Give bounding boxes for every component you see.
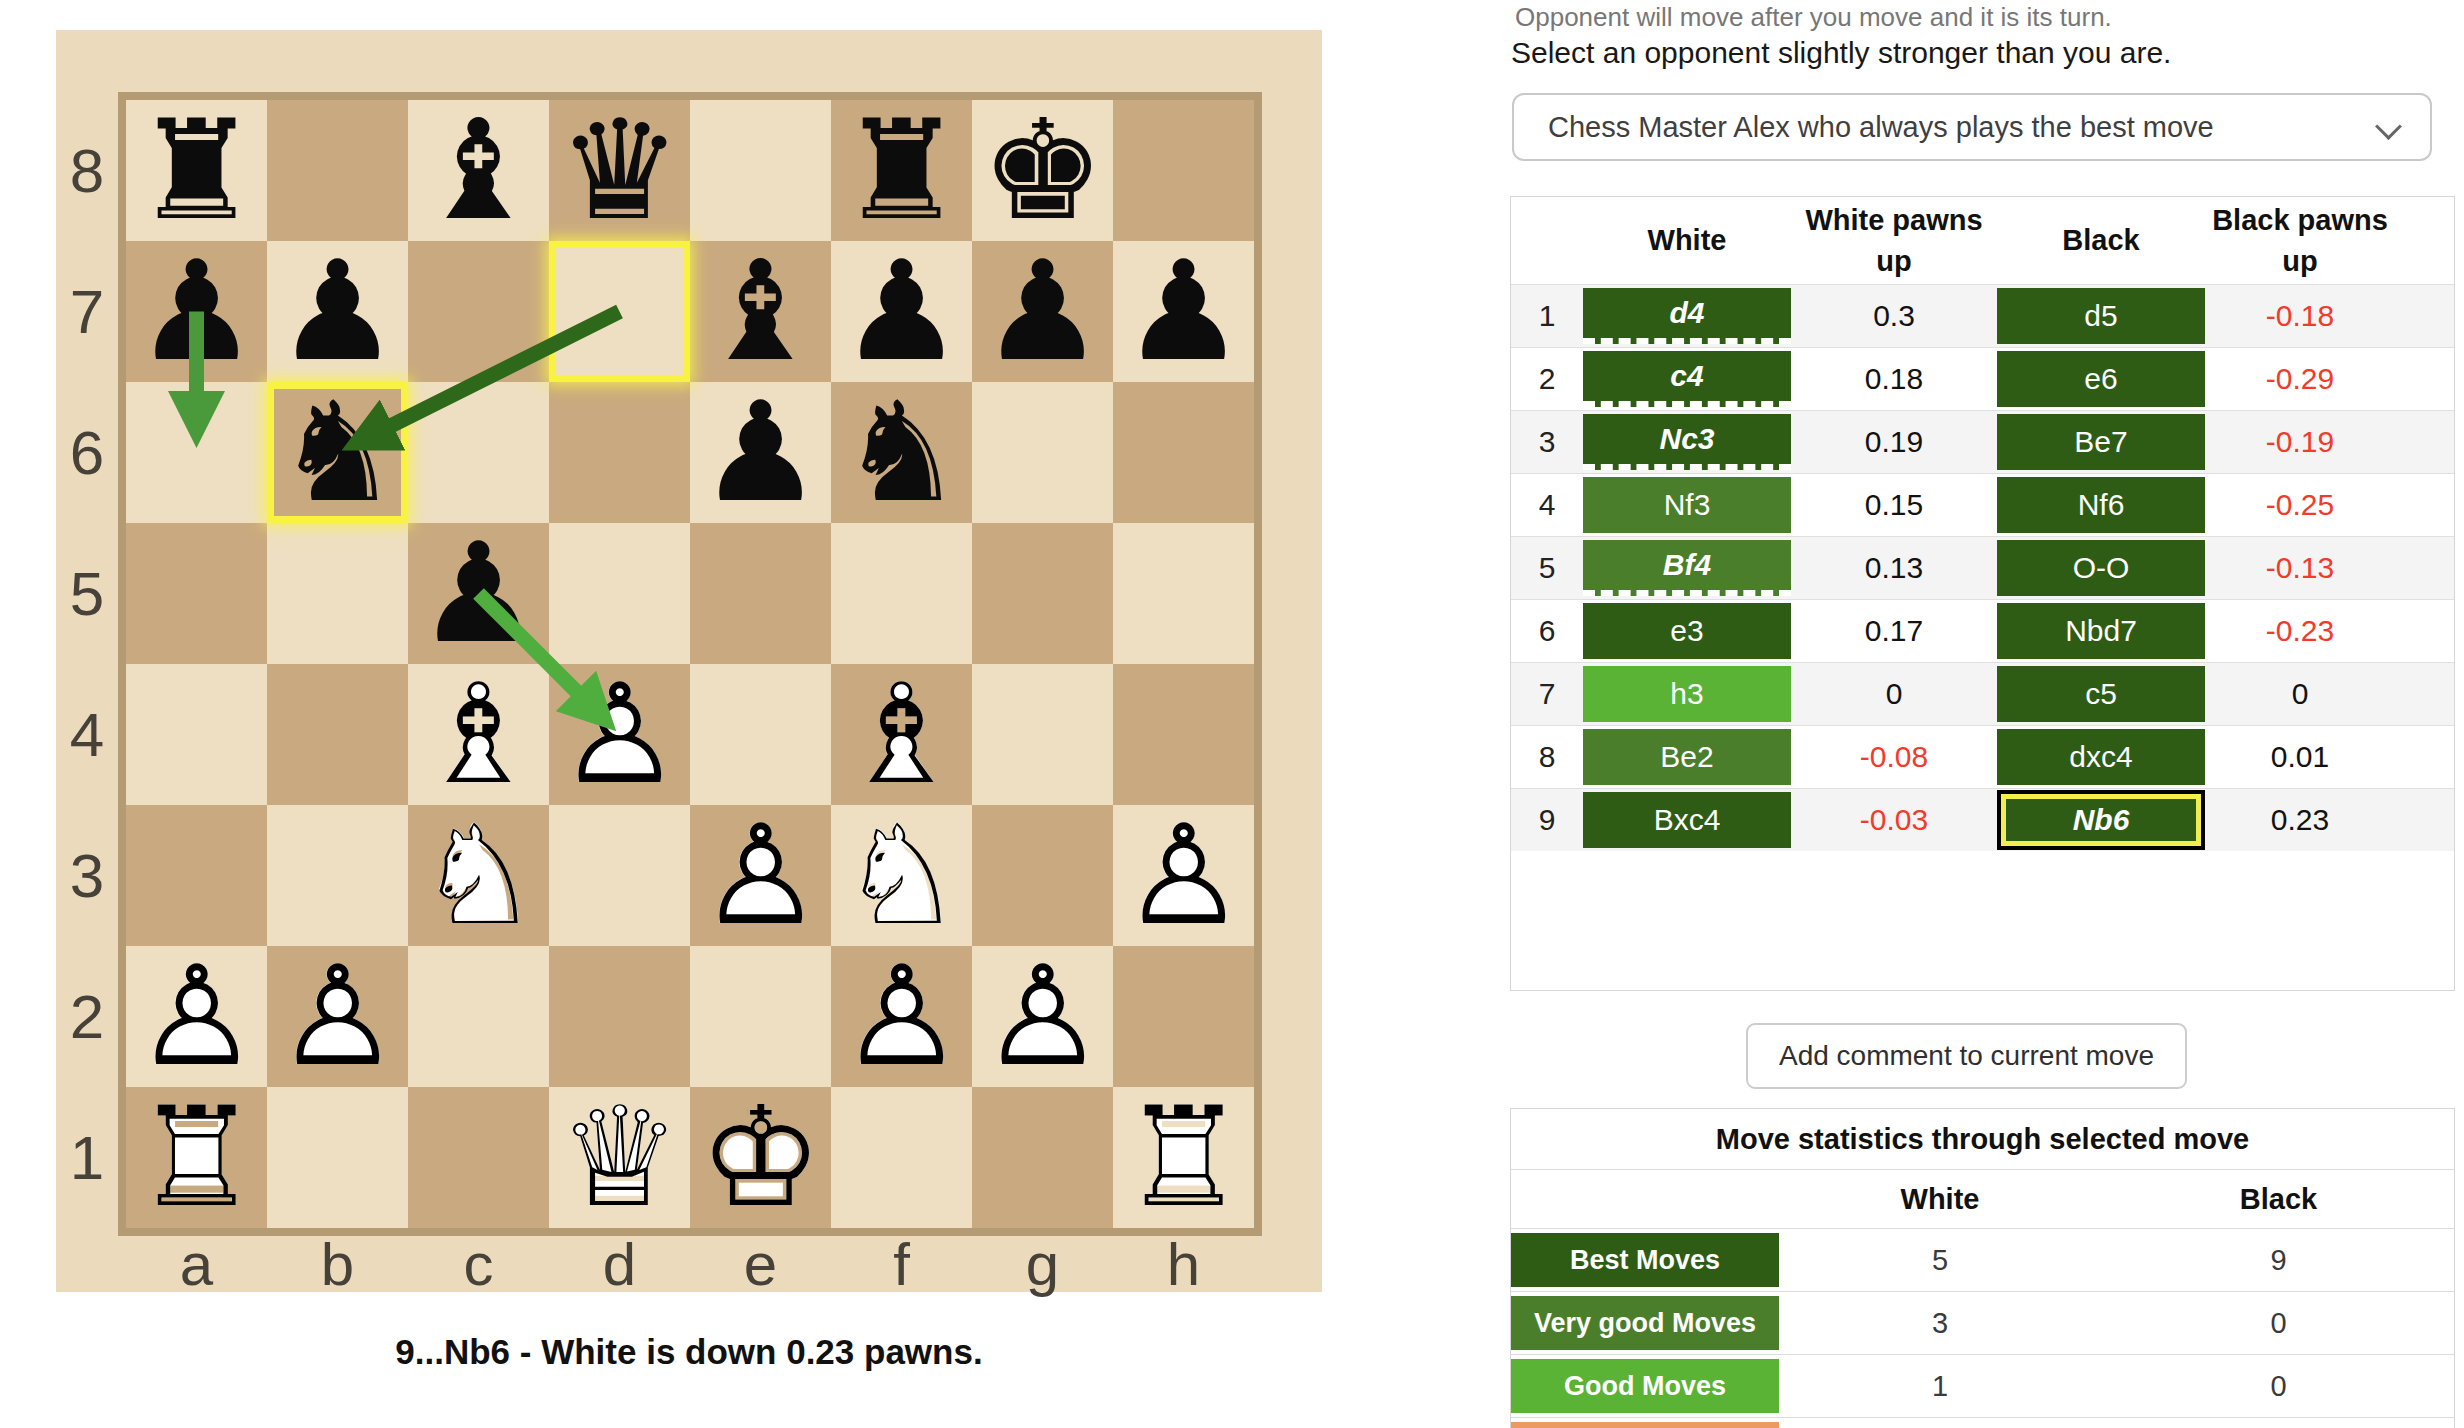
white-eval: 0.15: [1791, 488, 1997, 522]
opponent-select[interactable]: Chess Master Alex who always plays the b…: [1512, 93, 2432, 161]
stats-label: Good Moves: [1511, 1359, 1779, 1413]
square-e8[interactable]: [690, 100, 831, 241]
white-eval: 0: [1791, 677, 1997, 711]
piece-black-queen-d8: ♛: [549, 100, 690, 241]
moves-table-row-3: 3Nc30.19Be7-0.19: [1511, 410, 2454, 473]
piece-white-pawn-a2-fill: ♟: [126, 946, 267, 1087]
square-a5[interactable]: [126, 523, 267, 664]
moves-table-row-4: 4Nf30.15Nf6-0.25: [1511, 473, 2454, 536]
moves-table-row-7: 7h30c50: [1511, 662, 2454, 725]
stats-black-value: 0: [2101, 1370, 2456, 1403]
piece-black-bishop-e7: ♝: [690, 241, 831, 382]
piece-black-king-g8: ♚: [972, 100, 1113, 241]
black-eval: -0.13: [2205, 551, 2395, 585]
move-d4[interactable]: d4: [1583, 288, 1791, 344]
stats-row-very-good-moves: Very good Moves30: [1511, 1291, 2454, 1354]
chess-board: ♜♝♛♜♚♟♟♝♟♟♟♞♟♞♟♝♗♟♙♝♗♞♘♟♙♞♘♟♙♟♙♟♙♟♙♟♙♜♖♛…: [118, 92, 1262, 1236]
stats-col-black: Black: [2101, 1183, 2456, 1216]
stats-row-best-moves: Best Moves59: [1511, 1228, 2454, 1291]
square-d2[interactable]: [549, 946, 690, 1087]
piece-white-rook-a1: ♖: [126, 1087, 267, 1228]
square-c2[interactable]: [408, 946, 549, 1087]
move-e3[interactable]: e3: [1583, 603, 1791, 659]
black-eval: -0.25: [2205, 488, 2395, 522]
square-a3[interactable]: [126, 805, 267, 946]
move-number: 7: [1511, 677, 1583, 711]
move-Bxc4[interactable]: Bxc4: [1583, 792, 1791, 848]
col-header-black: Black: [1997, 220, 2205, 261]
square-g3[interactable]: [972, 805, 1113, 946]
rank-label-2: 2: [56, 946, 118, 1087]
move-Be2[interactable]: Be2: [1583, 729, 1791, 785]
stats-black-value: 0: [2101, 1307, 2456, 1340]
square-d3[interactable]: [549, 805, 690, 946]
moves-table-row-5: 5Bf40.13O-O-0.13: [1511, 536, 2454, 599]
white-eval: 0.3: [1791, 299, 1997, 333]
moves-table-row-8: 8Be2-0.08dxc40.01: [1511, 725, 2454, 788]
file-label-b: b: [267, 1236, 408, 1292]
piece-black-pawn-h7: ♟: [1113, 241, 1254, 382]
piece-black-pawn-e6: ♟: [690, 382, 831, 523]
black-eval: -0.19: [2205, 425, 2395, 459]
move-h3[interactable]: h3: [1583, 666, 1791, 722]
black-eval: -0.18: [2205, 299, 2395, 333]
piece-white-pawn-h3: ♙: [1113, 805, 1254, 946]
white-eval: -0.03: [1791, 803, 1997, 837]
move-statistics-table: Move statistics through selected move Wh…: [1510, 1108, 2455, 1428]
move-number: 5: [1511, 551, 1583, 585]
file-label-f: f: [831, 1236, 972, 1292]
move-number: 1: [1511, 299, 1583, 333]
move-O-O[interactable]: O-O: [1997, 540, 2205, 596]
black-eval: 0: [2205, 677, 2395, 711]
move-number: 3: [1511, 425, 1583, 459]
square-b7[interactable]: ♟: [267, 241, 408, 382]
file-label-d: d: [549, 1236, 690, 1292]
square-f5[interactable]: [831, 523, 972, 664]
piece-white-bishop-c4-fill: ♝: [408, 664, 549, 805]
square-c1[interactable]: [408, 1087, 549, 1228]
move-number: 6: [1511, 614, 1583, 648]
square-e7[interactable]: ♝: [690, 241, 831, 382]
white-eval: 0.18: [1791, 362, 1997, 396]
square-a8[interactable]: ♜: [126, 100, 267, 241]
piece-white-knight-c3: ♘: [408, 805, 549, 946]
piece-white-rook-h1-fill: ♜: [1113, 1087, 1254, 1228]
square-e5[interactable]: [690, 523, 831, 664]
opponent-instruction-text: Select an opponent slightly stronger tha…: [1511, 36, 2171, 70]
piece-white-pawn-g2: ♙: [972, 946, 1113, 1087]
stats-header: White Black: [1511, 1169, 2454, 1228]
square-b5[interactable]: [267, 523, 408, 664]
stats-row-inaccuracy: [1511, 1417, 2454, 1428]
square-h2[interactable]: [1113, 946, 1254, 1087]
piece-black-pawn-b7: ♟: [267, 241, 408, 382]
stats-black-value: 9: [2101, 1244, 2456, 1277]
square-e2[interactable]: [690, 946, 831, 1087]
moves-table-header: White White pawns up Black Black pawns u…: [1511, 197, 2454, 284]
piece-white-bishop-f4: ♗: [831, 664, 972, 805]
square-h6[interactable]: [1113, 382, 1254, 523]
stats-title: Move statistics through selected move: [1511, 1109, 2454, 1169]
moves-table-row-6: 6e30.17Nbd7-0.23: [1511, 599, 2454, 662]
piece-white-pawn-e3: ♙: [690, 805, 831, 946]
file-labels: abcdefgh: [126, 1236, 1254, 1292]
piece-black-pawn-a7: ♟: [126, 241, 267, 382]
rank-label-1: 1: [56, 1087, 118, 1228]
piece-black-pawn-g7: ♟: [972, 241, 1113, 382]
chevron-down-icon: [2375, 113, 2402, 140]
square-c3[interactable]: ♞♘: [408, 805, 549, 946]
square-d4[interactable]: ♟♙: [549, 664, 690, 805]
square-c5[interactable]: ♟: [408, 523, 549, 664]
move-e6[interactable]: e6: [1997, 351, 2205, 407]
piece-white-pawn-e3-fill: ♟: [690, 805, 831, 946]
white-eval: 0.17: [1791, 614, 1997, 648]
file-label-a: a: [126, 1236, 267, 1292]
square-g1[interactable]: [972, 1087, 1113, 1228]
black-eval: 0.23: [2205, 803, 2395, 837]
white-eval: -0.08: [1791, 740, 1997, 774]
square-g5[interactable]: [972, 523, 1113, 664]
piece-white-rook-h1: ♖: [1113, 1087, 1254, 1228]
square-b1[interactable]: [267, 1087, 408, 1228]
square-e4[interactable]: [690, 664, 831, 805]
moves-table-row-1: 1d40.3d5-0.18: [1511, 284, 2454, 347]
stats-row-good-moves: Good Moves10: [1511, 1354, 2454, 1417]
piece-white-pawn-f2-fill: ♟: [831, 946, 972, 1087]
square-c6[interactable]: [408, 382, 549, 523]
piece-white-knight-c3-fill: ♞: [408, 805, 549, 946]
opponent-select-value: Chess Master Alex who always plays the b…: [1548, 111, 2214, 144]
move-Nb6-selected[interactable]: Nb6: [1997, 790, 2205, 850]
piece-white-bishop-c4: ♗: [408, 664, 549, 805]
square-h7[interactable]: ♟: [1113, 241, 1254, 382]
piece-white-pawn-g2-fill: ♟: [972, 946, 1113, 1087]
black-eval: -0.29: [2205, 362, 2395, 396]
white-eval: 0.19: [1791, 425, 1997, 459]
piece-black-bishop-c8: ♝: [408, 100, 549, 241]
square-f3[interactable]: ♞♘: [831, 805, 972, 946]
square-f8[interactable]: ♜: [831, 100, 972, 241]
move-Nf6[interactable]: Nf6: [1997, 477, 2205, 533]
piece-white-knight-f3: ♘: [831, 805, 972, 946]
square-b2[interactable]: ♟♙: [267, 946, 408, 1087]
square-f6[interactable]: ♞: [831, 382, 972, 523]
rank-label-7: 7: [56, 241, 118, 382]
square-c8[interactable]: ♝: [408, 100, 549, 241]
file-label-h: h: [1113, 1236, 1254, 1292]
rank-labels: 87654321: [56, 100, 118, 1228]
square-b4[interactable]: [267, 664, 408, 805]
square-d6[interactable]: [549, 382, 690, 523]
piece-white-bishop-f4-fill: ♝: [831, 664, 972, 805]
square-e3[interactable]: ♟♙: [690, 805, 831, 946]
square-h8[interactable]: [1113, 100, 1254, 241]
black-eval: 0.01: [2205, 740, 2395, 774]
stats-label: Very good Moves: [1511, 1296, 1779, 1350]
square-f4[interactable]: ♝♗: [831, 664, 972, 805]
square-b3[interactable]: [267, 805, 408, 946]
stats-col-white: White: [1779, 1183, 2101, 1216]
move-Be7[interactable]: Be7: [1997, 414, 2205, 470]
piece-black-pawn-c5: ♟: [408, 523, 549, 664]
move-c5[interactable]: c5: [1997, 666, 2205, 722]
moves-table-row-9: 9Bxc4-0.03Nb60.23: [1511, 788, 2454, 851]
stats-white-value: 3: [1779, 1307, 2101, 1340]
square-a6[interactable]: [126, 382, 267, 523]
piece-white-king-e1-fill: ♚: [690, 1087, 831, 1228]
moves-table: White White pawns up Black Black pawns u…: [1510, 196, 2455, 991]
move-Bf4[interactable]: Bf4: [1583, 540, 1791, 596]
file-label-c: c: [408, 1236, 549, 1292]
square-h1[interactable]: ♜♖: [1113, 1087, 1254, 1228]
move-number: 8: [1511, 740, 1583, 774]
add-comment-button[interactable]: Add comment to current move: [1746, 1023, 2187, 1089]
square-h3[interactable]: ♟♙: [1113, 805, 1254, 946]
stats-white-value: 5: [1779, 1244, 2101, 1277]
rank-label-3: 3: [56, 805, 118, 946]
piece-white-queen-d1-fill: ♛: [549, 1087, 690, 1228]
piece-white-pawn-d4: ♙: [549, 664, 690, 805]
square-a4[interactable]: [126, 664, 267, 805]
square-c7[interactable]: [408, 241, 549, 382]
square-g7[interactable]: ♟: [972, 241, 1113, 382]
black-eval: -0.23: [2205, 614, 2395, 648]
piece-white-pawn-f2: ♙: [831, 946, 972, 1087]
move-number: 4: [1511, 488, 1583, 522]
stats-label: Best Moves: [1511, 1233, 1779, 1287]
opponent-status-text: Opponent will move after you move and it…: [1515, 2, 2112, 33]
move-Nbd7[interactable]: Nbd7: [1997, 603, 2205, 659]
square-b6[interactable]: ♞: [267, 382, 408, 523]
rank-label-6: 6: [56, 382, 118, 523]
piece-black-pawn-f7: ♟: [831, 241, 972, 382]
square-f7[interactable]: ♟: [831, 241, 972, 382]
piece-white-pawn-h3-fill: ♟: [1113, 805, 1254, 946]
square-a2[interactable]: ♟♙: [126, 946, 267, 1087]
piece-black-knight-b6: ♞: [267, 382, 408, 523]
move-number: 2: [1511, 362, 1583, 396]
square-d8[interactable]: ♛: [549, 100, 690, 241]
move-Nc3[interactable]: Nc3: [1583, 414, 1791, 470]
piece-white-pawn-d4-fill: ♟: [549, 664, 690, 805]
rank-label-8: 8: [56, 100, 118, 241]
piece-white-knight-f3-fill: ♞: [831, 805, 972, 946]
move-c4[interactable]: c4: [1583, 351, 1791, 407]
square-a1[interactable]: ♜♖: [126, 1087, 267, 1228]
square-b8[interactable]: [267, 100, 408, 241]
stats-label: [1511, 1422, 1779, 1428]
piece-black-rook-f8: ♜: [831, 100, 972, 241]
square-a7[interactable]: ♟: [126, 241, 267, 382]
file-label-g: g: [972, 1236, 1113, 1292]
square-g8[interactable]: ♚: [972, 100, 1113, 241]
square-e1[interactable]: ♚♔: [690, 1087, 831, 1228]
piece-white-rook-a1-fill: ♜: [126, 1087, 267, 1228]
square-d1[interactable]: ♛♕: [549, 1087, 690, 1228]
square-d5[interactable]: [549, 523, 690, 664]
move-eval-caption: 9...Nb6 - White is down 0.23 pawns.: [56, 1332, 1322, 1372]
col-header-white: White: [1583, 220, 1791, 261]
square-g2[interactable]: ♟♙: [972, 946, 1113, 1087]
piece-white-queen-d1: ♕: [549, 1087, 690, 1228]
square-g4[interactable]: [972, 664, 1113, 805]
rank-label-5: 5: [56, 523, 118, 664]
col-header-black-pawns-up: Black pawns up: [2205, 200, 2395, 281]
square-f1[interactable]: [831, 1087, 972, 1228]
square-d7[interactable]: [549, 241, 690, 382]
square-h5[interactable]: [1113, 523, 1254, 664]
file-label-e: e: [690, 1236, 831, 1292]
piece-white-king-e1: ♔: [690, 1087, 831, 1228]
moves-table-row-2: 2c40.18e6-0.29: [1511, 347, 2454, 410]
col-header-white-pawns-up: White pawns up: [1791, 200, 1997, 281]
piece-white-pawn-b2-fill: ♟: [267, 946, 408, 1087]
square-c4[interactable]: ♝♗: [408, 664, 549, 805]
chess-board-panel: 87654321 ♜♝♛♜♚♟♟♝♟♟♟♞♟♞♟♝♗♟♙♝♗♞♘♟♙♞♘♟♙♟♙…: [56, 30, 1322, 1292]
square-e6[interactable]: ♟: [690, 382, 831, 523]
piece-white-pawn-a2: ♙: [126, 946, 267, 1087]
stats-white-value: 1: [1779, 1370, 2101, 1403]
white-eval: 0.13: [1791, 551, 1997, 585]
move-d5[interactable]: d5: [1997, 288, 2205, 344]
piece-black-knight-f6: ♞: [831, 382, 972, 523]
piece-black-rook-a8: ♜: [126, 100, 267, 241]
move-Nf3[interactable]: Nf3: [1583, 477, 1791, 533]
move-number: 9: [1511, 803, 1583, 837]
piece-white-pawn-b2: ♙: [267, 946, 408, 1087]
square-g6[interactable]: [972, 382, 1113, 523]
rank-label-4: 4: [56, 664, 118, 805]
square-h4[interactable]: [1113, 664, 1254, 805]
square-f2[interactable]: ♟♙: [831, 946, 972, 1087]
move-dxc4[interactable]: dxc4: [1997, 729, 2205, 785]
